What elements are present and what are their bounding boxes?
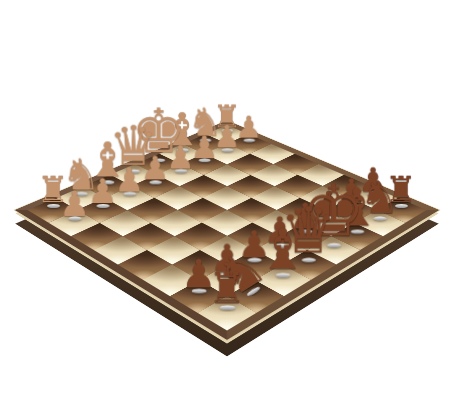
piece-white-pawn-a2[interactable]: ♟ xyxy=(35,145,113,223)
perspective-wrapper: ♜♟♟♜♞♟♟♞♝♟♟♝♚♟♟♚♛♟♟♛♝♟♟♝♞♟♟♞♜♟♟♜ xyxy=(0,0,450,412)
product-photo-scene: ♜♟♟♜♞♟♟♞♝♟♟♝♚♟♟♚♛♟♟♛♝♟♟♝♞♟♟♞♜♟♟♜ xyxy=(0,0,450,412)
square-a8[interactable]: ♜ xyxy=(198,296,257,331)
board-grid: ♜♟♟♜♞♟♟♞♝♟♟♝♚♟♟♚♛♟♟♛♝♟♟♝♞♟♟♞♜♟♟♜ xyxy=(28,125,427,331)
chess-board: ♜♟♟♜♞♟♟♞♝♟♟♝♚♟♟♚♛♟♟♛♝♟♟♝♞♟♟♞♜♟♟♜ xyxy=(15,120,439,340)
piece-black-rook-a8[interactable]: ♜ xyxy=(182,223,272,313)
board-surface: ♜♟♟♜♞♟♟♞♝♟♟♝♚♟♟♚♛♟♟♛♝♟♟♝♞♟♟♞♜♟♟♜ xyxy=(15,120,439,340)
white-pawn-icon: ♟ xyxy=(59,187,90,220)
black-rook-icon: ♜ xyxy=(208,269,246,309)
